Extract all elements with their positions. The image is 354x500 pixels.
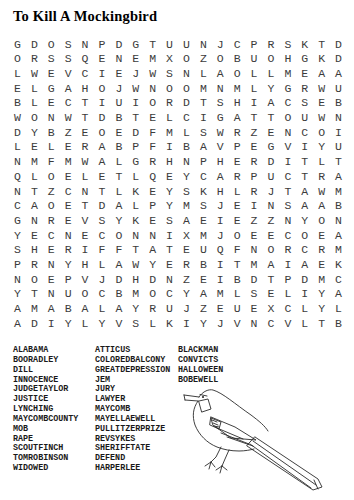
grid-cell[interactable]: E xyxy=(195,213,212,228)
grid-cell[interactable]: P xyxy=(9,257,26,272)
grid-cell[interactable]: P xyxy=(144,199,161,214)
grid-cell[interactable]: L xyxy=(229,184,246,199)
grid-cell[interactable]: A xyxy=(212,66,229,81)
grid-cell[interactable]: G xyxy=(262,140,279,155)
grid-cell[interactable]: K xyxy=(330,257,347,272)
grid-cell[interactable]: E xyxy=(296,66,313,81)
grid-cell[interactable]: F xyxy=(144,125,161,140)
grid-cell[interactable]: D xyxy=(93,199,110,214)
grid-cell[interactable]: C xyxy=(60,184,77,199)
grid-cell[interactable]: L xyxy=(144,316,161,331)
grid-cell[interactable]: T xyxy=(93,184,110,199)
grid-cell[interactable]: J xyxy=(110,81,127,96)
grid-cell[interactable]: N xyxy=(144,81,161,96)
grid-cell[interactable]: N xyxy=(43,287,60,302)
grid-cell[interactable]: E xyxy=(212,302,229,317)
grid-cell[interactable]: D xyxy=(178,96,195,111)
grid-cell[interactable]: Y xyxy=(313,302,330,317)
grid-cell[interactable]: Y xyxy=(313,287,330,302)
grid-cell[interactable]: U xyxy=(262,169,279,184)
grid-cell[interactable]: A xyxy=(144,243,161,258)
grid-cell[interactable]: S xyxy=(279,37,296,52)
grid-cell[interactable]: O xyxy=(279,110,296,125)
grid-cell[interactable]: P xyxy=(279,272,296,287)
grid-cell[interactable]: R xyxy=(229,125,246,140)
grid-cell[interactable]: B xyxy=(330,96,347,111)
grid-cell[interactable]: J xyxy=(212,199,229,214)
grid-cell[interactable]: E xyxy=(178,243,195,258)
grid-cell[interactable]: M xyxy=(195,81,212,96)
grid-cell[interactable]: M xyxy=(178,199,195,214)
grid-cell[interactable]: I xyxy=(77,243,94,258)
grid-cell[interactable]: M xyxy=(229,81,246,96)
grid-cell[interactable]: A xyxy=(110,302,127,317)
grid-cell[interactable]: V xyxy=(60,66,77,81)
grid-cell[interactable]: B xyxy=(9,96,26,111)
grid-cell[interactable]: T xyxy=(262,110,279,125)
grid-cell[interactable]: E xyxy=(161,257,178,272)
grid-cell[interactable]: L xyxy=(246,81,263,96)
grid-cell[interactable]: H xyxy=(77,257,94,272)
grid-cell[interactable]: N xyxy=(43,257,60,272)
grid-cell[interactable]: E xyxy=(60,199,77,214)
grid-cell[interactable]: C xyxy=(279,96,296,111)
grid-cell[interactable]: T xyxy=(26,287,43,302)
grid-cell[interactable]: E xyxy=(262,228,279,243)
grid-cell[interactable]: L xyxy=(127,169,144,184)
grid-cell[interactable]: L xyxy=(43,140,60,155)
grid-cell[interactable]: N xyxy=(262,199,279,214)
grid-cell[interactable]: T xyxy=(313,316,330,331)
grid-cell[interactable]: N xyxy=(161,272,178,287)
grid-cell[interactable]: Z xyxy=(262,213,279,228)
grid-cell[interactable]: C xyxy=(43,228,60,243)
grid-cell[interactable]: Y xyxy=(60,257,77,272)
grid-cell[interactable]: T xyxy=(195,96,212,111)
grid-cell[interactable]: U xyxy=(195,243,212,258)
grid-cell[interactable]: O xyxy=(212,52,229,67)
grid-cell[interactable]: C xyxy=(330,272,347,287)
grid-cell[interactable]: O xyxy=(313,125,330,140)
grid-cell[interactable]: L xyxy=(262,66,279,81)
grid-cell[interactable]: E xyxy=(60,213,77,228)
grid-cell[interactable]: L xyxy=(296,302,313,317)
grid-cell[interactable]: M xyxy=(144,52,161,67)
grid-cell[interactable]: C xyxy=(296,125,313,140)
grid-cell[interactable]: A xyxy=(110,199,127,214)
grid-cell[interactable]: A xyxy=(110,257,127,272)
grid-cell[interactable]: E xyxy=(229,213,246,228)
grid-cell[interactable]: U xyxy=(60,287,77,302)
grid-cell[interactable]: I xyxy=(212,257,229,272)
grid-cell[interactable]: E xyxy=(229,155,246,170)
grid-cell[interactable]: P xyxy=(93,37,110,52)
grid-cell[interactable]: D xyxy=(127,125,144,140)
grid-cell[interactable]: W xyxy=(144,66,161,81)
grid-cell[interactable]: T xyxy=(246,110,263,125)
grid-cell[interactable]: C xyxy=(77,66,94,81)
grid-cell[interactable]: L xyxy=(127,199,144,214)
grid-cell[interactable]: I xyxy=(93,96,110,111)
grid-cell[interactable]: I xyxy=(43,316,60,331)
grid-cell[interactable]: V xyxy=(212,140,229,155)
grid-cell[interactable]: R xyxy=(178,257,195,272)
grid-cell[interactable]: W xyxy=(212,125,229,140)
grid-cell[interactable]: A xyxy=(262,96,279,111)
grid-cell[interactable]: T xyxy=(127,243,144,258)
grid-cell[interactable]: Z xyxy=(43,184,60,199)
grid-cell[interactable]: E xyxy=(313,96,330,111)
grid-cell[interactable]: T xyxy=(77,199,94,214)
grid-cell[interactable]: Y xyxy=(262,81,279,96)
grid-cell[interactable]: H xyxy=(26,243,43,258)
grid-cell[interactable]: E xyxy=(262,287,279,302)
grid-cell[interactable]: J xyxy=(212,316,229,331)
grid-cell[interactable]: I xyxy=(246,96,263,111)
grid-cell[interactable]: O xyxy=(26,110,43,125)
grid-cell[interactable]: A xyxy=(296,184,313,199)
grid-cell[interactable]: L xyxy=(93,257,110,272)
grid-cell[interactable]: Z xyxy=(246,125,263,140)
grid-cell[interactable]: N xyxy=(246,316,263,331)
grid-cell[interactable]: M xyxy=(26,302,43,317)
grid-cell[interactable]: M xyxy=(279,66,296,81)
grid-cell[interactable]: N xyxy=(43,110,60,125)
grid-cell[interactable]: S xyxy=(9,243,26,258)
grid-cell[interactable]: T xyxy=(279,184,296,199)
grid-cell[interactable]: D xyxy=(9,125,26,140)
grid-cell[interactable]: A xyxy=(26,199,43,214)
grid-cell[interactable]: J xyxy=(212,37,229,52)
grid-cell[interactable]: R xyxy=(246,184,263,199)
grid-cell[interactable]: Y xyxy=(161,199,178,214)
grid-cell[interactable]: Y xyxy=(9,287,26,302)
grid-cell[interactable]: E xyxy=(262,125,279,140)
grid-cell[interactable]: T xyxy=(262,272,279,287)
grid-cell[interactable]: O xyxy=(144,96,161,111)
grid-cell[interactable]: O xyxy=(262,52,279,67)
grid-cell[interactable]: R xyxy=(279,243,296,258)
grid-cell[interactable]: T xyxy=(296,155,313,170)
grid-cell[interactable]: A xyxy=(296,257,313,272)
grid-cell[interactable]: A xyxy=(77,302,94,317)
grid-cell[interactable]: E xyxy=(144,184,161,199)
grid-cell[interactable]: P xyxy=(127,140,144,155)
grid-cell[interactable]: I xyxy=(296,287,313,302)
grid-cell[interactable]: D xyxy=(246,272,263,287)
grid-cell[interactable]: T xyxy=(26,184,43,199)
grid-cell[interactable]: X xyxy=(262,302,279,317)
grid-cell[interactable]: S xyxy=(212,96,229,111)
grid-cell[interactable]: R xyxy=(144,302,161,317)
grid-cell[interactable]: R xyxy=(313,243,330,258)
grid-cell[interactable]: A xyxy=(330,169,347,184)
grid-cell[interactable]: L xyxy=(313,155,330,170)
grid-cell[interactable]: L xyxy=(110,155,127,170)
grid-cell[interactable]: D xyxy=(26,37,43,52)
grid-cell[interactable]: O xyxy=(229,228,246,243)
grid-cell[interactable]: B xyxy=(110,287,127,302)
grid-cell[interactable]: E xyxy=(229,199,246,214)
grid-cell[interactable]: W xyxy=(77,155,94,170)
grid-cell[interactable]: E xyxy=(77,228,94,243)
grid-cell[interactable]: M xyxy=(246,257,263,272)
grid-cell[interactable]: L xyxy=(178,125,195,140)
grid-cell[interactable]: H xyxy=(161,155,178,170)
grid-cell[interactable]: M xyxy=(26,155,43,170)
grid-cell[interactable]: J xyxy=(212,228,229,243)
grid-cell[interactable]: Y xyxy=(195,316,212,331)
grid-cell[interactable]: O xyxy=(93,81,110,96)
grid-cell[interactable]: Y xyxy=(93,316,110,331)
grid-cell[interactable]: A xyxy=(313,66,330,81)
grid-cell[interactable]: A xyxy=(229,110,246,125)
grid-cell[interactable]: A xyxy=(178,213,195,228)
grid-cell[interactable]: U xyxy=(161,302,178,317)
grid-cell[interactable]: R xyxy=(26,52,43,67)
grid-cell[interactable]: S xyxy=(60,37,77,52)
grid-cell[interactable]: R xyxy=(262,37,279,52)
grid-cell[interactable]: O xyxy=(43,37,60,52)
grid-cell[interactable]: S xyxy=(60,52,77,67)
grid-cell[interactable]: Z xyxy=(195,302,212,317)
grid-cell[interactable]: C xyxy=(161,287,178,302)
grid-cell[interactable]: A xyxy=(195,140,212,155)
grid-cell[interactable]: I xyxy=(279,155,296,170)
grid-cell[interactable]: B xyxy=(195,257,212,272)
grid-cell[interactable]: S xyxy=(246,287,263,302)
grid-cell[interactable]: T xyxy=(229,257,246,272)
grid-cell[interactable]: I xyxy=(212,272,229,287)
grid-cell[interactable]: E xyxy=(246,140,263,155)
grid-cell[interactable]: K xyxy=(161,316,178,331)
grid-cell[interactable]: Y xyxy=(26,125,43,140)
grid-cell[interactable]: V xyxy=(279,140,296,155)
grid-cell[interactable]: A xyxy=(93,155,110,170)
grid-cell[interactable]: L xyxy=(9,140,26,155)
grid-cell[interactable]: E xyxy=(9,81,26,96)
grid-cell[interactable]: F xyxy=(93,243,110,258)
grid-cell[interactable]: C xyxy=(229,37,246,52)
grid-cell[interactable]: E xyxy=(77,125,94,140)
grid-cell[interactable]: U xyxy=(110,96,127,111)
grid-cell[interactable]: L xyxy=(330,302,347,317)
grid-cell[interactable]: T xyxy=(144,37,161,52)
grid-cell[interactable]: U xyxy=(330,81,347,96)
grid-cell[interactable]: O xyxy=(43,199,60,214)
grid-cell[interactable]: M xyxy=(195,228,212,243)
grid-cell[interactable]: E xyxy=(60,169,77,184)
grid-cell[interactable]: B xyxy=(43,125,60,140)
grid-cell[interactable]: D xyxy=(110,37,127,52)
grid-cell[interactable]: B xyxy=(229,52,246,67)
grid-cell[interactable]: G xyxy=(9,37,26,52)
grid-cell[interactable]: N xyxy=(110,52,127,67)
grid-cell[interactable]: N xyxy=(144,228,161,243)
grid-cell[interactable]: E xyxy=(313,228,330,243)
grid-cell[interactable]: P xyxy=(246,169,263,184)
grid-cell[interactable]: X xyxy=(161,52,178,67)
grid-cell[interactable]: R xyxy=(43,213,60,228)
grid-cell[interactable]: C xyxy=(279,228,296,243)
grid-cell[interactable]: V xyxy=(77,272,94,287)
grid-cell[interactable]: M xyxy=(60,155,77,170)
grid-cell[interactable]: A xyxy=(9,302,26,317)
grid-cell[interactable]: O xyxy=(43,169,60,184)
grid-cell[interactable]: T xyxy=(77,110,94,125)
grid-cell[interactable]: E xyxy=(246,302,263,317)
grid-cell[interactable]: A xyxy=(296,199,313,214)
grid-cell[interactable]: R xyxy=(26,257,43,272)
grid-cell[interactable]: N xyxy=(212,81,229,96)
grid-cell[interactable]: S xyxy=(178,184,195,199)
grid-cell[interactable]: S xyxy=(296,96,313,111)
grid-cell[interactable]: Y xyxy=(178,169,195,184)
grid-cell[interactable]: C xyxy=(60,96,77,111)
grid-cell[interactable]: Y xyxy=(9,228,26,243)
grid-cell[interactable]: A xyxy=(262,257,279,272)
grid-cell[interactable]: D xyxy=(330,52,347,67)
grid-cell[interactable]: Y xyxy=(144,257,161,272)
grid-cell[interactable]: C xyxy=(296,243,313,258)
grid-cell[interactable]: U xyxy=(330,140,347,155)
grid-cell[interactable]: S xyxy=(161,66,178,81)
grid-cell[interactable]: M xyxy=(330,184,347,199)
grid-cell[interactable]: I xyxy=(127,96,144,111)
grid-cell[interactable]: A xyxy=(313,199,330,214)
grid-cell[interactable]: L xyxy=(279,287,296,302)
grid-cell[interactable]: M xyxy=(161,125,178,140)
grid-cell[interactable]: R xyxy=(246,155,263,170)
grid-cell[interactable]: N xyxy=(77,37,94,52)
grid-cell[interactable]: D xyxy=(93,110,110,125)
grid-cell[interactable]: S xyxy=(195,199,212,214)
grid-cell[interactable]: E xyxy=(43,243,60,258)
grid-cell[interactable]: O xyxy=(26,272,43,287)
grid-cell[interactable]: S xyxy=(43,52,60,67)
grid-cell[interactable]: J xyxy=(127,66,144,81)
grid-cell[interactable]: O xyxy=(313,213,330,228)
grid-cell[interactable]: G xyxy=(296,52,313,67)
grid-cell[interactable]: S xyxy=(161,213,178,228)
grid-cell[interactable]: B xyxy=(110,110,127,125)
grid-cell[interactable]: N xyxy=(9,184,26,199)
grid-cell[interactable]: L xyxy=(77,169,94,184)
grid-cell[interactable]: W xyxy=(9,110,26,125)
grid-cell[interactable]: H xyxy=(77,81,94,96)
grid-cell[interactable]: L xyxy=(77,316,94,331)
grid-cell[interactable]: J xyxy=(178,302,195,317)
grid-cell[interactable]: O xyxy=(93,125,110,140)
grid-cell[interactable]: N xyxy=(246,243,263,258)
grid-cell[interactable]: E xyxy=(195,272,212,287)
grid-cell[interactable]: I xyxy=(161,140,178,155)
grid-cell[interactable]: J xyxy=(93,272,110,287)
grid-cell[interactable]: U xyxy=(246,52,263,67)
grid-cell[interactable]: O xyxy=(161,81,178,96)
grid-cell[interactable]: D xyxy=(296,272,313,287)
grid-cell[interactable]: O xyxy=(296,228,313,243)
grid-cell[interactable]: D xyxy=(262,155,279,170)
grid-cell[interactable]: R xyxy=(313,169,330,184)
grid-cell[interactable]: M xyxy=(330,243,347,258)
grid-cell[interactable]: E xyxy=(93,169,110,184)
grid-cell[interactable]: B xyxy=(330,199,347,214)
grid-cell[interactable]: E xyxy=(43,96,60,111)
grid-cell[interactable]: U xyxy=(161,37,178,52)
grid-cell[interactable]: O xyxy=(178,81,195,96)
grid-cell[interactable]: E xyxy=(110,66,127,81)
grid-cell[interactable]: N xyxy=(330,110,347,125)
grid-cell[interactable]: C xyxy=(93,228,110,243)
grid-cell[interactable]: B xyxy=(178,140,195,155)
grid-cell[interactable]: C xyxy=(195,169,212,184)
grid-cell[interactable]: P xyxy=(246,37,263,52)
grid-cell[interactable]: N xyxy=(178,155,195,170)
grid-cell[interactable]: P xyxy=(60,272,77,287)
grid-cell[interactable]: O xyxy=(144,287,161,302)
grid-cell[interactable]: Z xyxy=(195,52,212,67)
grid-cell[interactable]: T xyxy=(296,169,313,184)
grid-cell[interactable]: W xyxy=(313,184,330,199)
grid-cell[interactable]: N xyxy=(9,155,26,170)
grid-cell[interactable]: O xyxy=(229,66,246,81)
grid-cell[interactable]: V xyxy=(229,316,246,331)
grid-cell[interactable]: N xyxy=(279,213,296,228)
grid-cell[interactable]: Q xyxy=(144,169,161,184)
grid-cell[interactable]: G xyxy=(279,81,296,96)
grid-cell[interactable]: Y xyxy=(296,213,313,228)
grid-cell[interactable]: T xyxy=(77,96,94,111)
grid-cell[interactable]: I xyxy=(246,199,263,214)
grid-cell[interactable]: L xyxy=(26,81,43,96)
grid-cell[interactable]: N xyxy=(9,272,26,287)
grid-cell[interactable]: L xyxy=(296,316,313,331)
grid-cell[interactable]: S xyxy=(279,199,296,214)
grid-cell[interactable]: F xyxy=(110,243,127,258)
grid-cell[interactable]: A xyxy=(43,302,60,317)
grid-cell[interactable]: M xyxy=(127,287,144,302)
grid-cell[interactable]: H xyxy=(212,184,229,199)
grid-cell[interactable]: Q xyxy=(9,169,26,184)
grid-cell[interactable]: C xyxy=(9,199,26,214)
grid-cell[interactable]: K xyxy=(195,184,212,199)
grid-cell[interactable]: E xyxy=(60,140,77,155)
grid-cell[interactable]: L xyxy=(229,287,246,302)
grid-cell[interactable]: G xyxy=(127,37,144,52)
grid-cell[interactable]: S xyxy=(195,125,212,140)
grid-cell[interactable]: L xyxy=(26,169,43,184)
grid-cell[interactable]: N xyxy=(77,184,94,199)
grid-cell[interactable]: Z xyxy=(246,213,263,228)
grid-cell[interactable]: A xyxy=(212,169,229,184)
grid-cell[interactable]: E xyxy=(127,52,144,67)
grid-cell[interactable]: U xyxy=(296,110,313,125)
grid-cell[interactable]: E xyxy=(313,257,330,272)
grid-cell[interactable]: R xyxy=(296,81,313,96)
grid-cell[interactable]: T xyxy=(313,37,330,52)
grid-cell[interactable]: N xyxy=(178,66,195,81)
grid-cell[interactable]: R xyxy=(60,243,77,258)
grid-cell[interactable]: N xyxy=(195,37,212,52)
grid-cell[interactable]: H xyxy=(212,155,229,170)
grid-cell[interactable]: E xyxy=(26,140,43,155)
grid-cell[interactable]: C xyxy=(262,316,279,331)
grid-cell[interactable]: I xyxy=(93,66,110,81)
grid-cell[interactable]: N xyxy=(26,213,43,228)
grid-cell[interactable]: E xyxy=(43,66,60,81)
grid-cell[interactable]: L xyxy=(93,302,110,317)
